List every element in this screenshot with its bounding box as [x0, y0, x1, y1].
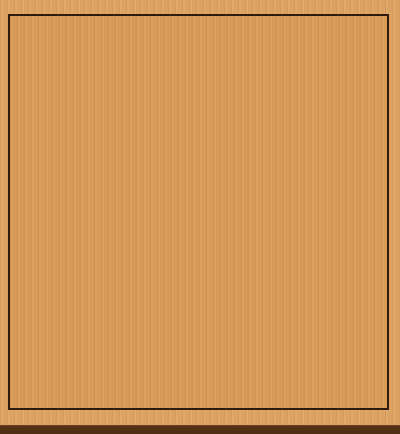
- shogi-app: [0, 0, 400, 434]
- shogi-board: [8, 14, 389, 410]
- board-front-edge: [0, 425, 400, 434]
- file-labels: [8, 0, 389, 14]
- rank-labels: [389, 14, 400, 410]
